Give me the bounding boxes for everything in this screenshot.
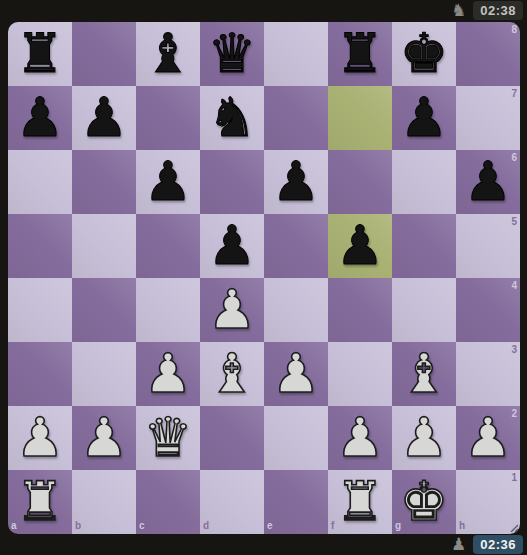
- square-c8[interactable]: ♝: [136, 22, 200, 86]
- black-rook-f8: ♜: [328, 22, 392, 86]
- square-g4[interactable]: [392, 278, 456, 342]
- coord-rank-6: 6: [511, 153, 517, 163]
- bottom-clock: 02:36: [473, 535, 523, 554]
- white-pawn-a2: ♟: [8, 406, 72, 470]
- square-h2[interactable]: ♟2: [456, 406, 520, 470]
- chess-app: ♞ 02:38 ♜♝♛♜♚8♟♟♞♟7♟♟♟6♟♟5♟4♟♝♟♝3♟♟♛♟♟♟2…: [0, 0, 527, 555]
- coord-rank-3: 3: [511, 345, 517, 355]
- board-resize-handle[interactable]: [508, 522, 518, 532]
- knight-icon: ♞: [451, 2, 466, 19]
- black-pawn-b7: ♟: [72, 86, 136, 150]
- white-pawn-d4: ♟: [200, 278, 264, 342]
- square-f2[interactable]: ♟: [328, 406, 392, 470]
- square-f4[interactable]: [328, 278, 392, 342]
- square-a5[interactable]: [8, 214, 72, 278]
- square-e4[interactable]: [264, 278, 328, 342]
- square-d6[interactable]: [200, 150, 264, 214]
- square-d5[interactable]: ♟: [200, 214, 264, 278]
- white-pawn-e3: ♟: [264, 342, 328, 406]
- square-a3[interactable]: [8, 342, 72, 406]
- square-h1[interactable]: 1h: [456, 470, 520, 534]
- coord-file-c: c: [139, 521, 145, 531]
- bottom-player-bar: ♟ 02:36: [0, 534, 523, 555]
- square-a2[interactable]: ♟: [8, 406, 72, 470]
- square-f1[interactable]: ♜f: [328, 470, 392, 534]
- square-g5[interactable]: [392, 214, 456, 278]
- coord-file-h: h: [459, 521, 465, 531]
- coord-rank-4: 4: [511, 281, 517, 291]
- square-g8[interactable]: ♚: [392, 22, 456, 86]
- square-e6[interactable]: ♟: [264, 150, 328, 214]
- square-a7[interactable]: ♟: [8, 86, 72, 150]
- coord-rank-7: 7: [511, 89, 517, 99]
- square-e1[interactable]: e: [264, 470, 328, 534]
- square-d3[interactable]: ♝: [200, 342, 264, 406]
- square-a1[interactable]: ♜a: [8, 470, 72, 534]
- square-g7[interactable]: ♟: [392, 86, 456, 150]
- top-clock: 02:38: [473, 1, 523, 20]
- black-bishop-c8: ♝: [136, 22, 200, 86]
- square-b6[interactable]: [72, 150, 136, 214]
- square-b7[interactable]: ♟: [72, 86, 136, 150]
- black-pawn-a7: ♟: [8, 86, 72, 150]
- square-g3[interactable]: ♝: [392, 342, 456, 406]
- white-pawn-c3: ♟: [136, 342, 200, 406]
- square-c1[interactable]: c: [136, 470, 200, 534]
- square-h8[interactable]: 8: [456, 22, 520, 86]
- square-b1[interactable]: b: [72, 470, 136, 534]
- square-b2[interactable]: ♟: [72, 406, 136, 470]
- square-c2[interactable]: ♛: [136, 406, 200, 470]
- coord-file-a: a: [11, 521, 17, 531]
- square-h4[interactable]: 4: [456, 278, 520, 342]
- square-c7[interactable]: [136, 86, 200, 150]
- coord-file-e: e: [267, 521, 273, 531]
- square-b3[interactable]: [72, 342, 136, 406]
- square-c4[interactable]: [136, 278, 200, 342]
- pawn-icon: ♟: [451, 536, 466, 553]
- chess-board: ♜♝♛♜♚8♟♟♞♟7♟♟♟6♟♟5♟4♟♝♟♝3♟♟♛♟♟♟2♜abcde♜f…: [8, 22, 520, 534]
- coord-rank-2: 2: [511, 409, 517, 419]
- square-c5[interactable]: [136, 214, 200, 278]
- white-pawn-f2: ♟: [328, 406, 392, 470]
- square-b5[interactable]: [72, 214, 136, 278]
- black-pawn-e6: ♟: [264, 150, 328, 214]
- white-pawn-g2: ♟: [392, 406, 456, 470]
- square-b8[interactable]: [72, 22, 136, 86]
- top-player-bar: ♞ 02:38: [0, 0, 523, 21]
- square-h5[interactable]: 5: [456, 214, 520, 278]
- black-king-g8: ♚: [392, 22, 456, 86]
- square-f6[interactable]: [328, 150, 392, 214]
- square-a4[interactable]: [8, 278, 72, 342]
- square-d2[interactable]: [200, 406, 264, 470]
- white-bishop-d3: ♝: [200, 342, 264, 406]
- square-d7[interactable]: ♞: [200, 86, 264, 150]
- white-pawn-h2: ♟: [456, 406, 520, 470]
- white-king-g1: ♚: [392, 470, 456, 534]
- white-bishop-g3: ♝: [392, 342, 456, 406]
- white-queen-c2: ♛: [136, 406, 200, 470]
- square-e8[interactable]: [264, 22, 328, 86]
- black-rook-a8: ♜: [8, 22, 72, 86]
- black-pawn-g7: ♟: [392, 86, 456, 150]
- square-f5[interactable]: ♟: [328, 214, 392, 278]
- black-pawn-h6: ♟: [456, 150, 520, 214]
- black-queen-d8: ♛: [200, 22, 264, 86]
- square-h3[interactable]: 3: [456, 342, 520, 406]
- square-f8[interactable]: ♜: [328, 22, 392, 86]
- square-c6[interactable]: ♟: [136, 150, 200, 214]
- square-e7[interactable]: [264, 86, 328, 150]
- square-h7[interactable]: 7: [456, 86, 520, 150]
- coord-rank-1: 1: [511, 473, 517, 483]
- square-b4[interactable]: [72, 278, 136, 342]
- square-f3[interactable]: [328, 342, 392, 406]
- square-d1[interactable]: d: [200, 470, 264, 534]
- square-e2[interactable]: [264, 406, 328, 470]
- coord-file-g: g: [395, 521, 401, 531]
- coord-file-d: d: [203, 521, 209, 531]
- black-pawn-f5: ♟: [328, 214, 392, 278]
- square-d4[interactable]: ♟: [200, 278, 264, 342]
- square-g2[interactable]: ♟: [392, 406, 456, 470]
- square-a6[interactable]: [8, 150, 72, 214]
- coord-rank-8: 8: [511, 25, 517, 35]
- square-g1[interactable]: ♚g: [392, 470, 456, 534]
- square-a8[interactable]: ♜: [8, 22, 72, 86]
- square-g6[interactable]: [392, 150, 456, 214]
- square-h6[interactable]: ♟6: [456, 150, 520, 214]
- square-f7[interactable]: [328, 86, 392, 150]
- black-knight-d7: ♞: [200, 86, 264, 150]
- coord-file-b: b: [75, 521, 81, 531]
- square-e5[interactable]: [264, 214, 328, 278]
- coord-file-f: f: [331, 521, 334, 531]
- white-rook-a1: ♜: [8, 470, 72, 534]
- white-pawn-b2: ♟: [72, 406, 136, 470]
- square-c3[interactable]: ♟: [136, 342, 200, 406]
- white-rook-f1: ♜: [328, 470, 392, 534]
- black-pawn-d5: ♟: [200, 214, 264, 278]
- square-d8[interactable]: ♛: [200, 22, 264, 86]
- square-e3[interactable]: ♟: [264, 342, 328, 406]
- coord-rank-5: 5: [511, 217, 517, 227]
- black-pawn-c6: ♟: [136, 150, 200, 214]
